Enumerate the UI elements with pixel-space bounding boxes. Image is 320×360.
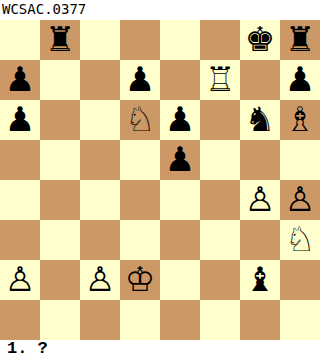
square-g5[interactable] [240,140,280,180]
square-d7[interactable]: ♟ [120,60,160,100]
square-d8[interactable] [120,20,160,60]
square-c6[interactable] [80,100,120,140]
square-d6[interactable]: ♘ [120,100,160,140]
black-pawn[interactable]: ♟ [125,59,155,99]
square-c8[interactable] [80,20,120,60]
square-a6[interactable]: ♟ [0,100,40,140]
square-g7[interactable] [240,60,280,100]
square-b7[interactable] [40,60,80,100]
white-pawn[interactable]: ♙ [5,259,35,299]
square-h4[interactable]: ♙ [280,180,320,220]
square-e1[interactable] [160,300,200,340]
square-f5[interactable] [200,140,240,180]
square-h3[interactable]: ♘ [280,220,320,260]
black-pawn[interactable]: ♟ [5,99,35,139]
square-e6[interactable]: ♟ [160,100,200,140]
white-knight[interactable]: ♘ [125,99,155,139]
white-pawn[interactable]: ♙ [245,179,275,219]
square-d1[interactable] [120,300,160,340]
square-h1[interactable] [280,300,320,340]
white-pawn[interactable]: ♙ [285,179,315,219]
square-a7[interactable]: ♟ [0,60,40,100]
square-g4[interactable]: ♙ [240,180,280,220]
square-d2[interactable]: ♔ [120,260,160,300]
square-d3[interactable] [120,220,160,260]
square-b2[interactable] [40,260,80,300]
square-b6[interactable] [40,100,80,140]
square-f7[interactable]: ♖ [200,60,240,100]
white-rook[interactable]: ♖ [205,59,235,99]
square-h6[interactable]: ♗ [280,100,320,140]
square-e7[interactable] [160,60,200,100]
square-c2[interactable]: ♙ [80,260,120,300]
square-f4[interactable] [200,180,240,220]
square-d5[interactable] [120,140,160,180]
square-f8[interactable] [200,20,240,60]
square-a8[interactable] [0,20,40,60]
square-b1[interactable] [40,300,80,340]
square-c4[interactable] [80,180,120,220]
square-e5[interactable]: ♟ [160,140,200,180]
square-g1[interactable] [240,300,280,340]
white-king[interactable]: ♔ [125,259,155,299]
square-c3[interactable] [80,220,120,260]
white-knight[interactable]: ♘ [285,219,315,259]
puzzle-title: WCSAC.0377 [0,0,320,20]
square-h8[interactable]: ♜ [280,20,320,60]
square-e2[interactable] [160,260,200,300]
square-g3[interactable] [240,220,280,260]
square-f3[interactable] [200,220,240,260]
square-a3[interactable] [0,220,40,260]
square-c5[interactable] [80,140,120,180]
black-king[interactable]: ♚ [245,19,275,59]
black-knight[interactable]: ♞ [245,99,275,139]
black-pawn[interactable]: ♟ [285,59,315,99]
white-bishop[interactable]: ♗ [285,99,315,139]
square-e8[interactable] [160,20,200,60]
black-pawn[interactable]: ♟ [165,99,195,139]
square-c1[interactable] [80,300,120,340]
square-b4[interactable] [40,180,80,220]
black-rook[interactable]: ♜ [45,19,75,59]
square-b5[interactable] [40,140,80,180]
square-a4[interactable] [0,180,40,220]
square-a2[interactable]: ♙ [0,260,40,300]
black-pawn[interactable]: ♟ [165,139,195,179]
square-e3[interactable] [160,220,200,260]
square-g2[interactable]: ♝ [240,260,280,300]
white-pawn[interactable]: ♙ [85,259,115,299]
square-e4[interactable] [160,180,200,220]
square-a1[interactable] [0,300,40,340]
square-f2[interactable] [200,260,240,300]
square-c7[interactable] [80,60,120,100]
square-b3[interactable] [40,220,80,260]
square-g6[interactable]: ♞ [240,100,280,140]
move-prompt: 1. ? [0,340,320,360]
square-h5[interactable] [280,140,320,180]
square-a5[interactable] [0,140,40,180]
chess-puzzle-app: WCSAC.0377 ♜♚♜♟♟♖♟♟♘♟♞♗♟♙♙♘♙♙♔♝ 1. ? [0,0,320,360]
square-b8[interactable]: ♜ [40,20,80,60]
black-bishop[interactable]: ♝ [245,259,275,299]
square-h7[interactable]: ♟ [280,60,320,100]
black-rook[interactable]: ♜ [285,19,315,59]
black-pawn[interactable]: ♟ [5,59,35,99]
square-f6[interactable] [200,100,240,140]
chess-board: ♜♚♜♟♟♖♟♟♘♟♞♗♟♙♙♘♙♙♔♝ [0,20,320,340]
square-g8[interactable]: ♚ [240,20,280,60]
square-d4[interactable] [120,180,160,220]
square-f1[interactable] [200,300,240,340]
square-h2[interactable] [280,260,320,300]
